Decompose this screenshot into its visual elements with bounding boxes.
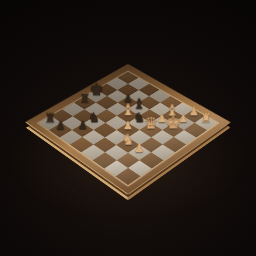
scene: ♟♜♝♟♟♝♟♚♚♝♞♛♜♟♞♞♟♟♜♟ (0, 0, 256, 256)
render-canvas: { "game": "chess", "scene": { "descripti… (0, 0, 256, 256)
black-rook-a8[interactable]: ♜ (44, 111, 56, 124)
white-pawn-d4[interactable]: ♟ (123, 120, 133, 131)
black-knight-c6[interactable]: ♞ (88, 111, 100, 125)
black-pawn-a7[interactable]: ♟ (55, 120, 65, 131)
white-pawn-c2[interactable]: ♟ (135, 142, 145, 154)
white-king-f2[interactable]: ♚ (165, 115, 180, 132)
white-queen-e3[interactable]: ♛ (143, 116, 158, 132)
white-pawn-h2[interactable]: ♟ (189, 106, 199, 117)
black-pawn-b6[interactable]: ♟ (78, 120, 88, 131)
white-rook-h1[interactable]: ♜ (200, 111, 212, 124)
white-knight-c3[interactable]: ♞ (122, 132, 135, 146)
black-rook-d8[interactable]: ♜ (79, 92, 90, 105)
black-king-e8[interactable]: ♚ (89, 82, 104, 98)
